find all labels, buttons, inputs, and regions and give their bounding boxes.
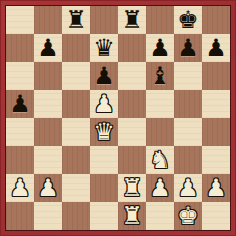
- board-frame: ♜♜♚♟♛♟♟♟♟♝♟♟♛♞♟♟♜♟♟♟♜♚: [0, 0, 236, 236]
- black-queen-d7: ♛: [90, 34, 118, 62]
- square-g5[interactable]: [174, 90, 202, 118]
- black-pawn-a5: ♟: [6, 90, 34, 118]
- white-pawn-g2: ♟: [174, 174, 202, 202]
- square-g1[interactable]: ♚: [174, 202, 202, 230]
- square-b7[interactable]: ♟: [34, 34, 62, 62]
- square-h1[interactable]: [202, 202, 230, 230]
- square-d5[interactable]: ♟: [90, 90, 118, 118]
- square-b8[interactable]: [34, 6, 62, 34]
- white-rook-e1: ♜: [118, 202, 146, 230]
- white-king-g1: ♚: [174, 202, 202, 230]
- white-pawn-a2: ♟: [6, 174, 34, 202]
- square-d4[interactable]: ♛: [90, 118, 118, 146]
- white-knight-f3: ♞: [146, 146, 174, 174]
- square-c3[interactable]: [62, 146, 90, 174]
- square-c1[interactable]: [62, 202, 90, 230]
- black-pawn-h7: ♟: [202, 34, 230, 62]
- square-f8[interactable]: [146, 6, 174, 34]
- square-b1[interactable]: [34, 202, 62, 230]
- square-e4[interactable]: [118, 118, 146, 146]
- square-f2[interactable]: ♟: [146, 174, 174, 202]
- square-a5[interactable]: ♟: [6, 90, 34, 118]
- black-bishop-f6: ♝: [146, 62, 174, 90]
- square-f4[interactable]: [146, 118, 174, 146]
- square-e1[interactable]: ♜: [118, 202, 146, 230]
- square-f1[interactable]: [146, 202, 174, 230]
- square-f3[interactable]: ♞: [146, 146, 174, 174]
- square-c6[interactable]: [62, 62, 90, 90]
- square-g6[interactable]: [174, 62, 202, 90]
- square-e8[interactable]: ♜: [118, 6, 146, 34]
- square-e3[interactable]: [118, 146, 146, 174]
- square-c2[interactable]: [62, 174, 90, 202]
- square-f6[interactable]: ♝: [146, 62, 174, 90]
- square-b6[interactable]: [34, 62, 62, 90]
- square-a2[interactable]: ♟: [6, 174, 34, 202]
- square-d8[interactable]: [90, 6, 118, 34]
- square-h3[interactable]: [202, 146, 230, 174]
- white-pawn-f2: ♟: [146, 174, 174, 202]
- square-g4[interactable]: [174, 118, 202, 146]
- black-rook-e8: ♜: [118, 6, 146, 34]
- square-b3[interactable]: [34, 146, 62, 174]
- square-c5[interactable]: [62, 90, 90, 118]
- square-g3[interactable]: [174, 146, 202, 174]
- square-e7[interactable]: [118, 34, 146, 62]
- square-b2[interactable]: ♟: [34, 174, 62, 202]
- square-h8[interactable]: [202, 6, 230, 34]
- square-d6[interactable]: ♟: [90, 62, 118, 90]
- square-h5[interactable]: [202, 90, 230, 118]
- square-f5[interactable]: [146, 90, 174, 118]
- square-e6[interactable]: [118, 62, 146, 90]
- white-queen-d4: ♛: [90, 118, 118, 146]
- square-b4[interactable]: [34, 118, 62, 146]
- square-c8[interactable]: ♜: [62, 6, 90, 34]
- black-rook-c8: ♜: [62, 6, 90, 34]
- square-h7[interactable]: ♟: [202, 34, 230, 62]
- square-a6[interactable]: [6, 62, 34, 90]
- square-b5[interactable]: [34, 90, 62, 118]
- white-pawn-h2: ♟: [202, 174, 230, 202]
- black-pawn-f7: ♟: [146, 34, 174, 62]
- black-pawn-d6: ♟: [90, 62, 118, 90]
- square-a7[interactable]: [6, 34, 34, 62]
- square-d1[interactable]: [90, 202, 118, 230]
- square-c4[interactable]: [62, 118, 90, 146]
- square-e5[interactable]: [118, 90, 146, 118]
- white-pawn-d5: ♟: [90, 90, 118, 118]
- square-h4[interactable]: [202, 118, 230, 146]
- square-d3[interactable]: [90, 146, 118, 174]
- square-h6[interactable]: [202, 62, 230, 90]
- square-e2[interactable]: ♜: [118, 174, 146, 202]
- square-g8[interactable]: ♚: [174, 6, 202, 34]
- black-pawn-b7: ♟: [34, 34, 62, 62]
- square-a4[interactable]: [6, 118, 34, 146]
- square-c7[interactable]: [62, 34, 90, 62]
- white-rook-e2: ♜: [118, 174, 146, 202]
- black-king-g8: ♚: [174, 6, 202, 34]
- square-d7[interactable]: ♛: [90, 34, 118, 62]
- square-h2[interactable]: ♟: [202, 174, 230, 202]
- square-f7[interactable]: ♟: [146, 34, 174, 62]
- square-a8[interactable]: [6, 6, 34, 34]
- square-a3[interactable]: [6, 146, 34, 174]
- black-pawn-g7: ♟: [174, 34, 202, 62]
- white-pawn-b2: ♟: [34, 174, 62, 202]
- square-d2[interactable]: [90, 174, 118, 202]
- square-g2[interactable]: ♟: [174, 174, 202, 202]
- chess-board: ♜♜♚♟♛♟♟♟♟♝♟♟♛♞♟♟♜♟♟♟♜♚: [6, 6, 230, 230]
- square-g7[interactable]: ♟: [174, 34, 202, 62]
- square-a1[interactable]: [6, 202, 34, 230]
